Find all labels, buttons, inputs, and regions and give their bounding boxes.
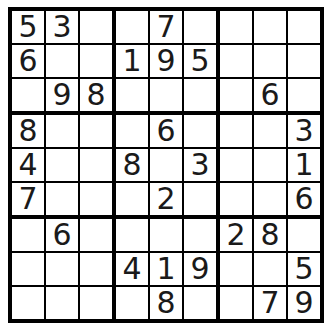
cell-r3c7[interactable] xyxy=(220,79,254,115)
cell-r8c1[interactable] xyxy=(12,253,46,287)
cell-r1c4[interactable] xyxy=(116,11,150,45)
cell-r5c7[interactable] xyxy=(220,149,254,183)
cell-r1c1[interactable]: 5 xyxy=(12,11,46,45)
cell-r3c1[interactable] xyxy=(12,79,46,115)
cell-r2c7[interactable] xyxy=(220,45,254,79)
cell-r2c3[interactable] xyxy=(80,45,116,79)
cell-r4c2[interactable] xyxy=(46,115,80,149)
cell-r6c4[interactable] xyxy=(116,183,150,219)
cell-r1c6[interactable] xyxy=(184,11,220,45)
cell-r9c2[interactable] xyxy=(46,287,80,319)
cell-r8c7[interactable] xyxy=(220,253,254,287)
cell-r9c3[interactable] xyxy=(80,287,116,319)
cell-r3c8[interactable]: 6 xyxy=(254,79,288,115)
cell-r5c8[interactable] xyxy=(254,149,288,183)
cell-r1c3[interactable] xyxy=(80,11,116,45)
cell-r8c9[interactable]: 5 xyxy=(288,253,320,287)
cell-r7c2[interactable]: 6 xyxy=(46,219,80,253)
cell-r5c9[interactable]: 1 xyxy=(288,149,320,183)
cell-r6c2[interactable] xyxy=(46,183,80,219)
cell-r8c4[interactable]: 4 xyxy=(116,253,150,287)
cell-r3c3[interactable]: 8 xyxy=(80,79,116,115)
board-wrapper: 537619598686348317266284195879 xyxy=(0,0,333,323)
cell-r3c9[interactable] xyxy=(288,79,320,115)
cell-r1c2[interactable]: 3 xyxy=(46,11,80,45)
cell-r2c4[interactable]: 1 xyxy=(116,45,150,79)
cell-r7c6[interactable] xyxy=(184,219,220,253)
cell-r4c1[interactable]: 8 xyxy=(12,115,46,149)
cell-r4c4[interactable] xyxy=(116,115,150,149)
cell-r2c2[interactable] xyxy=(46,45,80,79)
cell-r5c5[interactable] xyxy=(150,149,184,183)
cell-r7c4[interactable] xyxy=(116,219,150,253)
cell-r7c8[interactable]: 8 xyxy=(254,219,288,253)
cell-r7c3[interactable] xyxy=(80,219,116,253)
cell-r4c5[interactable]: 6 xyxy=(150,115,184,149)
cell-r9c9[interactable]: 9 xyxy=(288,287,320,319)
cell-r6c1[interactable]: 7 xyxy=(12,183,46,219)
cell-r9c4[interactable] xyxy=(116,287,150,319)
cell-r6c6[interactable] xyxy=(184,183,220,219)
cell-r8c5[interactable]: 1 xyxy=(150,253,184,287)
cell-r4c8[interactable] xyxy=(254,115,288,149)
cell-r7c1[interactable] xyxy=(12,219,46,253)
cell-r4c9[interactable]: 3 xyxy=(288,115,320,149)
cell-r3c6[interactable] xyxy=(184,79,220,115)
cell-r4c7[interactable] xyxy=(220,115,254,149)
cell-r6c9[interactable]: 6 xyxy=(288,183,320,219)
cell-r2c6[interactable]: 5 xyxy=(184,45,220,79)
cell-r4c3[interactable] xyxy=(80,115,116,149)
cell-r2c8[interactable] xyxy=(254,45,288,79)
cell-r7c5[interactable] xyxy=(150,219,184,253)
cell-r9c8[interactable]: 7 xyxy=(254,287,288,319)
cell-r2c1[interactable]: 6 xyxy=(12,45,46,79)
cell-r6c5[interactable]: 2 xyxy=(150,183,184,219)
cell-r1c7[interactable] xyxy=(220,11,254,45)
sudoku-board: 537619598686348317266284195879 xyxy=(8,7,324,323)
cell-r9c7[interactable] xyxy=(220,287,254,319)
cell-r3c2[interactable]: 9 xyxy=(46,79,80,115)
cell-r9c5[interactable]: 8 xyxy=(150,287,184,319)
cell-r6c7[interactable] xyxy=(220,183,254,219)
cell-r5c3[interactable] xyxy=(80,149,116,183)
cell-r2c9[interactable] xyxy=(288,45,320,79)
cell-r1c9[interactable] xyxy=(288,11,320,45)
cell-r5c1[interactable]: 4 xyxy=(12,149,46,183)
cell-r8c6[interactable]: 9 xyxy=(184,253,220,287)
cell-r6c8[interactable] xyxy=(254,183,288,219)
cell-r9c1[interactable] xyxy=(12,287,46,319)
cell-r3c4[interactable] xyxy=(116,79,150,115)
cell-r5c6[interactable]: 3 xyxy=(184,149,220,183)
cell-r6c3[interactable] xyxy=(80,183,116,219)
cell-r5c2[interactable] xyxy=(46,149,80,183)
cell-r2c5[interactable]: 9 xyxy=(150,45,184,79)
cell-r1c8[interactable] xyxy=(254,11,288,45)
cell-r8c3[interactable] xyxy=(80,253,116,287)
cell-r5c4[interactable]: 8 xyxy=(116,149,150,183)
cell-r9c6[interactable] xyxy=(184,287,220,319)
cell-r8c8[interactable] xyxy=(254,253,288,287)
cell-r3c5[interactable] xyxy=(150,79,184,115)
cell-r8c2[interactable] xyxy=(46,253,80,287)
cell-r7c7[interactable]: 2 xyxy=(220,219,254,253)
cell-r4c6[interactable] xyxy=(184,115,220,149)
cell-r1c5[interactable]: 7 xyxy=(150,11,184,45)
cell-r7c9[interactable] xyxy=(288,219,320,253)
